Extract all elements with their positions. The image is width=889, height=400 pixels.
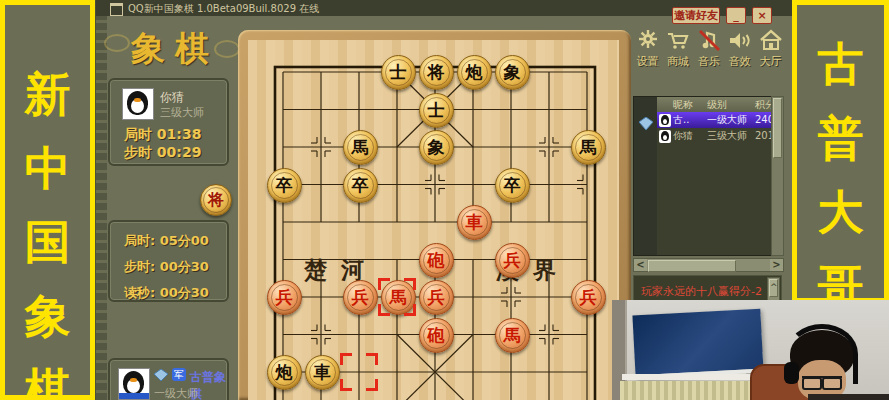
xiangqi-piece-black[interactable]: 将 <box>419 55 454 90</box>
xiangqi-piece-red[interactable]: 車 <box>457 205 492 240</box>
board-point[interactable]: 車 <box>302 353 340 391</box>
avatar <box>118 368 150 400</box>
xiangqi-board: 楚河 漢界 士将炮象士馬象馬卒卒卒車砲兵兵兵馬兵兵砲馬炮車 <box>238 30 631 400</box>
banner-char: 棋 <box>25 353 71 400</box>
window-title: QQ新中国象棋 1.0Beta09Buil.8029 在线 <box>128 2 319 16</box>
board-point[interactable] <box>530 91 568 129</box>
board-point[interactable] <box>568 316 606 354</box>
table-scrollbar[interactable] <box>771 96 784 256</box>
board-point[interactable] <box>530 203 568 241</box>
app-window: 新 中 国 象 棋 QQ新中国象棋 1.0Beta09Buil.8029 在线 … <box>0 0 889 400</box>
table-row[interactable]: 你猜 三级大师 2011 <box>657 128 783 144</box>
board-point[interactable] <box>454 391 492 400</box>
headphone-earcup <box>784 362 799 384</box>
banner-char: 古 <box>818 27 864 101</box>
board-point[interactable] <box>302 278 340 316</box>
player-list-gutter <box>634 97 657 255</box>
cloud-ornament <box>104 34 130 52</box>
board-point[interactable] <box>568 241 606 279</box>
board-point[interactable]: 士 <box>416 91 454 129</box>
board-point[interactable] <box>264 53 302 91</box>
board-point[interactable] <box>568 391 606 400</box>
right-banner: 古 普 大 哥 <box>792 0 889 303</box>
chat-message: 玩家永远的十八赢得分-2 <box>641 284 762 299</box>
xiangqi-piece-red[interactable]: 兵 <box>571 280 606 315</box>
board-point[interactable] <box>492 203 530 241</box>
person-body <box>808 394 889 400</box>
scroll-left-arrow[interactable]: < <box>634 259 647 271</box>
xiangqi-piece-red[interactable]: 馬 <box>381 280 416 315</box>
speaker-icon <box>727 28 753 54</box>
board-point[interactable] <box>530 128 568 166</box>
cart-icon <box>665 28 691 54</box>
board-point[interactable] <box>302 203 340 241</box>
rule-countdown: 读秒: 00分30 <box>124 284 209 302</box>
board-point[interactable] <box>454 353 492 391</box>
board-point[interactable] <box>340 316 378 354</box>
minimize-button[interactable]: _ <box>726 7 746 24</box>
board-point[interactable] <box>264 128 302 166</box>
board-point[interactable] <box>454 316 492 354</box>
xiangqi-piece-red[interactable]: 兵 <box>495 243 530 278</box>
xiangqi-piece-black[interactable]: 卒 <box>495 168 530 203</box>
board-point[interactable] <box>454 241 492 279</box>
lobby-button[interactable]: 大厅 <box>756 28 785 80</box>
board-point[interactable]: 兵 <box>340 278 378 316</box>
banner-char: 象 <box>25 279 71 353</box>
board-point[interactable]: 卒 <box>264 166 302 204</box>
xiangqi-piece-black[interactable]: 炮 <box>457 55 492 90</box>
board-point[interactable] <box>264 91 302 129</box>
banner-char: 国 <box>25 205 71 279</box>
close-button[interactable]: × <box>752 7 772 24</box>
xiangqi-piece-red[interactable]: 兵 <box>343 280 378 315</box>
scrollbar-thumb[interactable] <box>648 260 736 272</box>
board-point[interactable]: 砲 <box>416 316 454 354</box>
gear-icon <box>635 28 661 54</box>
board-point[interactable] <box>530 353 568 391</box>
sound-toggle-button[interactable]: 音效 <box>725 28 754 80</box>
board-point[interactable]: 砲 <box>416 241 454 279</box>
scroll-right-arrow[interactable]: > <box>770 259 783 271</box>
xiangqi-piece-black[interactable]: 象 <box>495 55 530 90</box>
board-point[interactable] <box>340 353 378 391</box>
music-muted-icon <box>696 28 722 54</box>
board-point[interactable] <box>378 391 416 400</box>
board-point[interactable] <box>302 53 340 91</box>
settings-button[interactable]: 设置 <box>633 28 662 80</box>
left-banner: 新 中 国 象 棋 <box>0 0 95 400</box>
board-point[interactable] <box>378 353 416 391</box>
xiangqi-piece-black[interactable]: 象 <box>419 130 454 165</box>
board-point[interactable] <box>492 391 530 400</box>
xiangqi-piece-red[interactable]: 兵 <box>419 280 454 315</box>
avatar <box>122 88 154 120</box>
turn-indicator-piece: 将 <box>200 184 232 216</box>
board-point[interactable]: 馬 <box>568 128 606 166</box>
header-nickname: 昵称 <box>673 97 707 112</box>
board-point[interactable]: 将 <box>416 53 454 91</box>
board-point[interactable] <box>340 53 378 91</box>
board-point[interactable] <box>378 128 416 166</box>
board-point[interactable] <box>302 391 340 400</box>
board-point[interactable] <box>264 391 302 400</box>
header-level: 级别 <box>707 97 755 112</box>
board-point[interactable] <box>378 166 416 204</box>
xiangqi-piece-red[interactable]: 砲 <box>419 318 454 353</box>
board-point[interactable] <box>416 203 454 241</box>
board-point[interactable] <box>302 316 340 354</box>
xiangqi-piece-black[interactable]: 炮 <box>267 355 302 390</box>
board-point[interactable] <box>530 53 568 91</box>
board-point[interactable] <box>302 91 340 129</box>
board-point[interactable]: 炮 <box>264 353 302 391</box>
board-point[interactable] <box>530 278 568 316</box>
board-point[interactable]: 象 <box>416 128 454 166</box>
rule-step-time: 步时: 00分30 <box>124 258 209 276</box>
board-point[interactable] <box>530 166 568 204</box>
player-level: 三级大师 <box>160 105 204 120</box>
board-point[interactable] <box>568 353 606 391</box>
board-point[interactable] <box>530 241 568 279</box>
penguin-avatar-icon <box>659 130 671 143</box>
toolbar: 设置 商城 音乐 <box>633 28 785 80</box>
board-point[interactable] <box>568 91 606 129</box>
radiator <box>620 381 752 400</box>
board-point[interactable] <box>264 316 302 354</box>
board-point[interactable] <box>454 166 492 204</box>
board-point[interactable]: 象 <box>492 53 530 91</box>
invite-friends-button[interactable]: 邀请好友 <box>672 7 720 24</box>
xiangqi-piece-black[interactable]: 馬 <box>571 130 606 165</box>
window-icon <box>110 3 123 16</box>
board-point[interactable] <box>378 316 416 354</box>
board-point[interactable] <box>416 391 454 400</box>
board-point[interactable]: 卒 <box>340 166 378 204</box>
board-point[interactable]: 車 <box>454 203 492 241</box>
xiangqi-piece-black[interactable]: 車 <box>305 355 340 390</box>
music-toggle-button[interactable]: 音乐 <box>695 28 724 80</box>
board-point[interactable]: 兵 <box>416 278 454 316</box>
board-point[interactable] <box>492 128 530 166</box>
scrollbar-thumb[interactable] <box>773 98 782 158</box>
opponent-info-card: 你猜 三级大师 局时 01:38 步时 00:29 <box>108 78 229 166</box>
glasses <box>802 376 842 388</box>
house-icon <box>758 28 784 54</box>
board-point[interactable] <box>492 278 530 316</box>
player-table: 昵称 级别 积分 古.. 一级大师 2409 你猜 三级大师 2011 <box>657 97 783 255</box>
xiangqi-piece-black[interactable]: 馬 <box>343 130 378 165</box>
board-point[interactable] <box>264 203 302 241</box>
board-point[interactable]: 兵 <box>492 241 530 279</box>
board-point[interactable] <box>340 91 378 129</box>
board-point[interactable] <box>454 91 492 129</box>
board-point[interactable] <box>340 391 378 400</box>
board-point[interactable]: 馬 <box>492 316 530 354</box>
board-point[interactable] <box>302 166 340 204</box>
xiangqi-piece-red[interactable]: 馬 <box>495 318 530 353</box>
board-point[interactable] <box>378 241 416 279</box>
army-badge: 军 <box>172 368 186 381</box>
xiangqi-piece-black[interactable]: 士 <box>419 93 454 128</box>
xiangqi-piece-black[interactable]: 卒 <box>343 168 378 203</box>
rule-game-time: 局时: 05分00 <box>124 232 209 250</box>
gem-icon <box>638 117 654 131</box>
banner-char: 中 <box>25 131 71 205</box>
board-point[interactable] <box>454 128 492 166</box>
board-point[interactable] <box>302 128 340 166</box>
webcam-overlay <box>612 300 889 400</box>
board-point[interactable]: 馬 <box>378 278 416 316</box>
xiangqi-piece-red[interactable]: 兵 <box>267 280 302 315</box>
board-point[interactable] <box>302 241 340 279</box>
cloud-ornament <box>214 40 240 58</box>
shop-button[interactable]: 商城 <box>664 28 693 80</box>
player-list: 昵称 级别 积分 古.. 一级大师 2409 你猜 三级大师 2011 <box>633 96 784 256</box>
gem-icon <box>154 369 169 382</box>
board-point[interactable] <box>492 91 530 129</box>
xiangqi-piece-black[interactable]: 卒 <box>267 168 302 203</box>
game-time: 局时 01:38 <box>124 126 201 144</box>
board-point[interactable]: 卒 <box>492 166 530 204</box>
player-level: 一级大师 <box>154 386 198 400</box>
horizontal-scrollbar[interactable]: < > <box>633 258 784 272</box>
self-info-card: 军 古普象棋 一级大师 <box>108 358 229 400</box>
banner-char: 新 <box>25 57 71 131</box>
last-move-marker <box>340 353 378 391</box>
board-point[interactable] <box>530 316 568 354</box>
board-point[interactable] <box>416 353 454 391</box>
ornament-border <box>96 0 107 400</box>
board-point[interactable] <box>378 91 416 129</box>
board-point[interactable] <box>340 241 378 279</box>
board-point[interactable]: 炮 <box>454 53 492 91</box>
xiangqi-piece-red[interactable]: 砲 <box>419 243 454 278</box>
banner-char: 大 <box>818 175 864 249</box>
board-point[interactable] <box>492 353 530 391</box>
step-time: 步时 00:29 <box>124 144 201 162</box>
table-header-row: 昵称 级别 积分 <box>657 97 783 112</box>
board-point[interactable] <box>416 166 454 204</box>
board-point[interactable] <box>568 53 606 91</box>
board-point[interactable]: 馬 <box>340 128 378 166</box>
penguin-avatar-icon <box>659 114 671 127</box>
board-point[interactable] <box>454 278 492 316</box>
board-point[interactable] <box>568 203 606 241</box>
board-point[interactable]: 士 <box>378 53 416 91</box>
xiangqi-piece-black[interactable]: 士 <box>381 55 416 90</box>
board-point[interactable] <box>568 166 606 204</box>
time-rules-card: 局时: 05分00 步时: 00分30 读秒: 00分30 <box>108 220 229 302</box>
board-point[interactable] <box>378 203 416 241</box>
blue-board <box>632 309 763 380</box>
player-name: 你猜 <box>160 89 184 106</box>
board-point[interactable]: 兵 <box>264 278 302 316</box>
board-point[interactable] <box>530 391 568 400</box>
board-point[interactable] <box>340 203 378 241</box>
scrollbar-thumb[interactable]: ^ <box>769 279 778 297</box>
board-points-grid: 士将炮象士馬象馬卒卒卒車砲兵兵兵馬兵兵砲馬炮車 <box>264 53 606 400</box>
table-row[interactable]: 古.. 一级大师 2409 <box>657 112 783 128</box>
board-point[interactable] <box>264 241 302 279</box>
board-point[interactable]: 兵 <box>568 278 606 316</box>
banner-char: 普 <box>818 101 864 175</box>
